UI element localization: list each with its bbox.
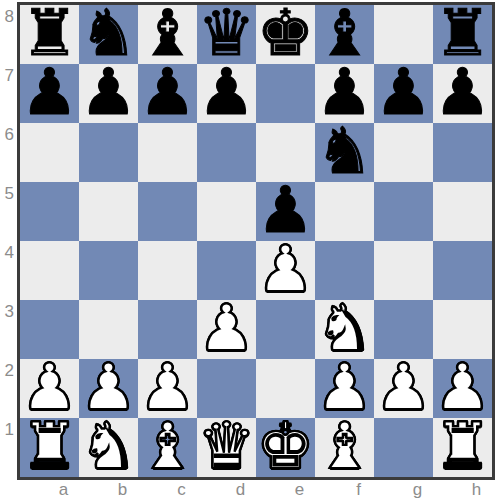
- piece-black-pawn[interactable]: ♟︎: [375, 63, 432, 122]
- file-label-h: h: [447, 480, 497, 500]
- piece-white-queen[interactable]: ♛︎: [198, 417, 255, 476]
- piece-black-pawn[interactable]: ♟︎: [434, 63, 491, 122]
- square-b4[interactable]: [79, 241, 138, 300]
- piece-white-rook[interactable]: ♜︎: [434, 417, 491, 476]
- rank-label-6: 6: [0, 126, 14, 144]
- square-e8[interactable]: ♚︎: [256, 5, 315, 64]
- piece-white-bishop[interactable]: ♝︎: [316, 417, 373, 476]
- piece-white-pawn[interactable]: ♟︎: [375, 358, 432, 417]
- file-label-g: g: [388, 480, 447, 500]
- square-a7[interactable]: ♟︎: [20, 64, 79, 123]
- square-d6[interactable]: [197, 123, 256, 182]
- file-label-c: c: [152, 480, 211, 500]
- piece-black-knight[interactable]: ♞︎: [316, 122, 373, 181]
- square-h6[interactable]: [433, 123, 492, 182]
- piece-white-knight[interactable]: ♞︎: [80, 417, 137, 476]
- square-d1[interactable]: ♛︎: [197, 418, 256, 477]
- piece-black-pawn[interactable]: ♟︎: [198, 63, 255, 122]
- square-b7[interactable]: ♟︎: [79, 64, 138, 123]
- file-label-b: b: [93, 480, 152, 500]
- rank-label-7: 7: [0, 67, 14, 85]
- square-c5[interactable]: [138, 182, 197, 241]
- file-label-a: a: [34, 480, 93, 500]
- square-e3[interactable]: [256, 300, 315, 359]
- piece-white-pawn[interactable]: ♟︎: [198, 299, 255, 358]
- chess-board-screenshot: ♜︎♞︎♝︎♛︎♚︎♝︎♜︎♟︎♟︎♟︎♟︎♟︎♟︎♟︎♞︎♟︎♟︎♟︎♞︎♟︎…: [0, 0, 497, 500]
- rank-label-4: 4: [0, 244, 14, 262]
- square-g2[interactable]: ♟︎: [374, 359, 433, 418]
- rank-label-5: 5: [0, 185, 14, 203]
- file-label-f: f: [329, 480, 388, 500]
- board-squares: ♜︎♞︎♝︎♛︎♚︎♝︎♜︎♟︎♟︎♟︎♟︎♟︎♟︎♟︎♞︎♟︎♟︎♟︎♞︎♟︎…: [20, 5, 492, 477]
- square-h1[interactable]: ♜︎: [433, 418, 492, 477]
- piece-black-pawn[interactable]: ♟︎: [21, 63, 78, 122]
- piece-white-king[interactable]: ♚︎: [257, 417, 314, 476]
- piece-black-pawn[interactable]: ♟︎: [139, 63, 196, 122]
- square-c1[interactable]: ♝︎: [138, 418, 197, 477]
- file-label-d: d: [211, 480, 270, 500]
- square-d7[interactable]: ♟︎: [197, 64, 256, 123]
- piece-black-pawn[interactable]: ♟︎: [80, 63, 137, 122]
- square-h5[interactable]: [433, 182, 492, 241]
- piece-white-rook[interactable]: ♜︎: [21, 417, 78, 476]
- square-c6[interactable]: [138, 123, 197, 182]
- square-a5[interactable]: [20, 182, 79, 241]
- square-g6[interactable]: [374, 123, 433, 182]
- square-a1[interactable]: ♜︎: [20, 418, 79, 477]
- square-f1[interactable]: ♝︎: [315, 418, 374, 477]
- chess-board: ♜︎♞︎♝︎♛︎♚︎♝︎♜︎♟︎♟︎♟︎♟︎♟︎♟︎♟︎♞︎♟︎♟︎♟︎♞︎♟︎…: [17, 2, 495, 480]
- rank-label-8: 8: [0, 8, 14, 26]
- square-a6[interactable]: [20, 123, 79, 182]
- square-b5[interactable]: [79, 182, 138, 241]
- square-b6[interactable]: [79, 123, 138, 182]
- piece-black-king[interactable]: ♚︎: [257, 4, 314, 63]
- square-c7[interactable]: ♟︎: [138, 64, 197, 123]
- square-h4[interactable]: [433, 241, 492, 300]
- square-g5[interactable]: [374, 182, 433, 241]
- piece-white-pawn[interactable]: ♟︎: [257, 240, 314, 299]
- square-g7[interactable]: ♟︎: [374, 64, 433, 123]
- rank-label-1: 1: [0, 421, 14, 439]
- square-e1[interactable]: ♚︎: [256, 418, 315, 477]
- square-g4[interactable]: [374, 241, 433, 300]
- square-g1[interactable]: [374, 418, 433, 477]
- square-d3[interactable]: ♟︎: [197, 300, 256, 359]
- rank-label-2: 2: [0, 362, 14, 380]
- square-c4[interactable]: [138, 241, 197, 300]
- square-b1[interactable]: ♞︎: [79, 418, 138, 477]
- square-f6[interactable]: ♞︎: [315, 123, 374, 182]
- square-f5[interactable]: [315, 182, 374, 241]
- square-e4[interactable]: ♟︎: [256, 241, 315, 300]
- square-d5[interactable]: [197, 182, 256, 241]
- file-label-e: e: [270, 480, 329, 500]
- square-a4[interactable]: [20, 241, 79, 300]
- square-h7[interactable]: ♟︎: [433, 64, 492, 123]
- square-e7[interactable]: [256, 64, 315, 123]
- piece-white-bishop[interactable]: ♝︎: [139, 417, 196, 476]
- rank-label-3: 3: [0, 303, 14, 321]
